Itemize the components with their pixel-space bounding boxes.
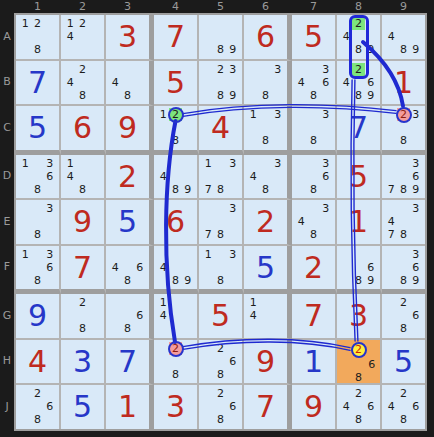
cell-B8[interactable]: 24689 (337, 61, 382, 107)
cell-A1[interactable]: 128 (16, 15, 61, 61)
candidate-8[interactable]: 8 (31, 183, 43, 196)
row-label-B: B (0, 75, 14, 89)
candidate-2[interactable]: 2 (214, 63, 226, 76)
solved-digit: 6 (61, 106, 104, 150)
solved-digit: 5 (337, 155, 380, 199)
cell-G5[interactable]: 5 (199, 294, 244, 340)
cell-B1[interactable]: 7 (16, 61, 61, 107)
candidate-grid: 148 (61, 155, 104, 199)
candidate-8[interactable]: 8 (169, 368, 181, 381)
cell-H6[interactable]: 9 (244, 340, 292, 386)
cell-J4[interactable]: 3 (154, 385, 199, 429)
candidate-8[interactable]: 8 (169, 183, 181, 196)
candidate-8[interactable]: 8 (31, 43, 43, 56)
cell-F8[interactable]: 689 (337, 246, 382, 295)
candidate-1[interactable]: 1 (157, 296, 169, 309)
cell-C2[interactable]: 6 (61, 106, 106, 155)
candidate-6[interactable]: 6 (44, 261, 56, 274)
solved-digit: 5 (382, 340, 425, 384)
candidate-1[interactable]: 1 (19, 157, 31, 170)
candidate-8[interactable]: 8 (352, 43, 364, 56)
solved-digit: 5 (16, 106, 59, 150)
candidate-grid: 36789 (382, 155, 425, 199)
candidate-8[interactable]: 8 (397, 183, 409, 196)
candidate-9[interactable]: 9 (365, 274, 377, 287)
cell-D1[interactable]: 1368 (16, 155, 61, 201)
candidate-9[interactable]: 9 (410, 43, 422, 56)
candidate-2[interactable]: 2 (352, 387, 364, 400)
candidate-3[interactable]: 3 (410, 248, 422, 261)
cell-G3[interactable]: 68 (106, 294, 154, 340)
cell-A5[interactable]: 89 (199, 15, 244, 61)
candidate-8[interactable]: 8 (307, 183, 319, 196)
candidate-grid: 268 (382, 294, 425, 338)
candidate-8[interactable]: 8 (76, 183, 88, 196)
candidate-8[interactable]: 8 (214, 413, 226, 426)
cell-B4[interactable]: 5 (154, 61, 199, 107)
candidate-2-node-target[interactable]: 2 (351, 342, 367, 358)
cell-H2[interactable]: 3 (61, 340, 106, 386)
candidate-7[interactable]: 7 (202, 183, 214, 196)
candidate-6[interactable]: 6 (134, 261, 146, 274)
candidate-8[interactable]: 8 (214, 274, 226, 287)
candidate-8[interactable]: 8 (31, 274, 43, 287)
candidate-8[interactable]: 8 (352, 413, 364, 426)
candidate-2-node-salmon[interactable]: 2 (397, 108, 409, 121)
candidate-1[interactable]: 1 (19, 17, 31, 30)
cell-E4[interactable]: 6 (154, 200, 199, 246)
cell-H1[interactable]: 4 (16, 340, 61, 386)
cell-B9[interactable]: 1 (382, 61, 425, 107)
solved-digit: 3 (61, 340, 104, 384)
candidate-4[interactable]: 4 (340, 76, 352, 89)
cell-D3[interactable]: 2 (106, 155, 154, 201)
candidate-2-node-green[interactable]: 2 (352, 63, 364, 76)
solved-digit: 5 (154, 61, 197, 105)
candidate-2[interactable]: 2 (31, 387, 43, 400)
candidate-8[interactable]: 8 (397, 274, 409, 287)
cell-B7[interactable]: 3468 (292, 61, 337, 107)
solved-digit: 7 (16, 61, 59, 105)
candidate-6[interactable]: 6 (367, 358, 378, 371)
candidate-1[interactable]: 1 (64, 17, 76, 30)
cell-E7[interactable]: 348 (292, 200, 337, 246)
candidate-grid: 3478 (382, 200, 425, 244)
cell-F6[interactable]: 5 (244, 246, 292, 295)
candidate-3[interactable]: 3 (227, 157, 239, 170)
cell-D8[interactable]: 5 (337, 155, 382, 201)
candidate-6[interactable]: 6 (320, 170, 332, 183)
row-label-J: J (0, 400, 14, 414)
candidate-4[interactable]: 4 (64, 76, 76, 89)
solved-digit: 5 (199, 294, 242, 338)
candidate-8[interactable]: 8 (121, 322, 133, 335)
cell-H9[interactable]: 5 (382, 340, 425, 386)
row-label-D: D (0, 169, 14, 183)
cell-F3[interactable]: 468 (106, 246, 154, 295)
cell-F4[interactable]: 489 (154, 246, 199, 295)
candidate-grid: 68 (106, 294, 149, 338)
candidate-9[interactable]: 9 (227, 43, 239, 56)
cell-A3[interactable]: 3 (106, 15, 154, 61)
candidate-7[interactable]: 7 (385, 183, 397, 196)
sudoku-grid: 1281243789652489489724848523893834682468… (14, 13, 427, 431)
candidate-grid: 268 (337, 340, 380, 384)
solved-digit: 7 (292, 294, 335, 338)
candidate-2[interactable]: 2 (31, 17, 43, 30)
cell-J9[interactable]: 2468 (382, 385, 425, 429)
candidate-9[interactable]: 9 (182, 183, 194, 196)
candidate-grid: 3689 (382, 246, 425, 290)
candidate-3[interactable]: 3 (320, 157, 332, 170)
candidate-1[interactable]: 1 (247, 296, 259, 309)
cell-E2[interactable]: 9 (61, 200, 106, 246)
candidate-grid: 38 (16, 200, 59, 244)
candidate-8[interactable]: 8 (259, 134, 271, 147)
candidate-4[interactable]: 4 (385, 400, 397, 413)
candidate-8[interactable]: 8 (121, 89, 133, 102)
candidate-4[interactable]: 4 (157, 170, 169, 183)
cell-A7[interactable]: 5 (292, 15, 337, 61)
candidate-7[interactable]: 7 (385, 228, 397, 241)
cell-J1[interactable]: 268 (16, 385, 61, 429)
candidate-8[interactable]: 8 (31, 228, 43, 241)
cell-F7[interactable]: 2 (292, 246, 337, 295)
candidate-8[interactable]: 8 (76, 322, 88, 335)
candidate-2[interactable]: 2 (76, 296, 88, 309)
candidate-6[interactable]: 6 (410, 261, 422, 274)
cell-F9[interactable]: 3689 (382, 246, 425, 295)
candidate-4[interactable]: 4 (295, 215, 307, 228)
solved-digit: 3 (154, 385, 197, 429)
solved-digit: 9 (16, 294, 59, 338)
candidate-4[interactable]: 4 (157, 261, 169, 274)
cell-J7[interactable]: 9 (292, 385, 337, 429)
solved-digit: 9 (292, 385, 335, 429)
candidate-6[interactable]: 6 (365, 76, 377, 89)
solved-digit: 5 (61, 385, 104, 429)
candidate-grid: 348 (244, 155, 287, 199)
cell-G4[interactable]: 14 (154, 294, 199, 340)
candidate-4[interactable]: 4 (340, 30, 352, 43)
candidate-grid: 689 (337, 246, 380, 290)
candidate-grid: 1378 (199, 155, 242, 199)
candidate-3[interactable]: 3 (272, 63, 284, 76)
candidate-grid: 238 (382, 106, 425, 150)
candidate-grid: 38 (292, 106, 335, 150)
cell-J8[interactable]: 2468 (337, 385, 382, 429)
cell-E1[interactable]: 38 (16, 200, 61, 246)
col-label-7: 7 (304, 0, 324, 13)
candidate-grid: 138 (199, 246, 242, 290)
cell-H4[interactable]: 28 (154, 340, 199, 386)
candidate-2-node-green[interactable]: 2 (352, 17, 364, 30)
cell-J6[interactable]: 7 (244, 385, 292, 429)
cell-D6[interactable]: 348 (244, 155, 292, 201)
col-label-2: 2 (73, 0, 93, 13)
cell-H5[interactable]: 268 (199, 340, 244, 386)
candidate-9[interactable]: 9 (365, 89, 377, 102)
cell-A8[interactable]: 2489 (337, 15, 382, 61)
candidate-8[interactable]: 8 (259, 183, 271, 196)
candidate-3[interactable]: 3 (410, 157, 422, 170)
candidate-9[interactable]: 9 (410, 274, 422, 287)
candidate-8[interactable]: 8 (351, 371, 367, 384)
cell-G1[interactable]: 9 (16, 294, 61, 340)
solved-digit: 5 (244, 246, 287, 290)
candidate-7[interactable]: 7 (202, 228, 214, 241)
candidate-grid: 38 (244, 61, 287, 105)
candidate-6[interactable]: 6 (227, 400, 239, 413)
cell-A2[interactable]: 124 (61, 15, 106, 61)
cell-C1[interactable]: 5 (16, 106, 61, 155)
candidate-grid: 378 (199, 200, 242, 244)
candidate-8[interactable]: 8 (307, 228, 319, 241)
candidate-grid: 124 (61, 15, 104, 59)
cell-C6[interactable]: 138 (244, 106, 292, 155)
candidate-grid: 2468 (382, 385, 425, 429)
candidate-8[interactable]: 8 (76, 89, 88, 102)
candidate-grid: 489 (154, 155, 197, 199)
candidate-8[interactable]: 8 (214, 43, 226, 56)
cell-A4[interactable]: 7 (154, 15, 199, 61)
candidate-6[interactable]: 6 (44, 400, 56, 413)
cell-F5[interactable]: 138 (199, 246, 244, 295)
candidate-8[interactable]: 8 (397, 134, 409, 147)
candidate-grid: 268 (199, 385, 242, 429)
cell-E5[interactable]: 378 (199, 200, 244, 246)
candidate-1[interactable]: 1 (19, 248, 31, 261)
cell-A9[interactable]: 489 (382, 15, 425, 61)
solved-digit: 9 (244, 340, 287, 384)
cell-C4[interactable]: 128 (154, 106, 199, 155)
candidate-8[interactable]: 8 (214, 89, 226, 102)
solved-digit: 7 (154, 15, 197, 59)
candidate-4[interactable]: 4 (247, 309, 259, 322)
candidate-8[interactable]: 8 (214, 368, 226, 381)
candidate-grid: 128 (16, 15, 59, 59)
solved-digit: 1 (106, 385, 149, 429)
solved-digit: 7 (106, 340, 149, 384)
candidate-4[interactable]: 4 (385, 215, 397, 228)
candidate-grid: 368 (292, 155, 335, 199)
candidate-8[interactable]: 8 (214, 183, 226, 196)
solved-digit: 4 (16, 340, 59, 384)
solved-digit: 2 (292, 246, 335, 290)
cell-B3[interactable]: 48 (106, 61, 154, 107)
candidate-9[interactable]: 9 (182, 274, 194, 287)
candidate-grid: 128 (154, 106, 197, 150)
candidate-6[interactable]: 6 (227, 355, 239, 368)
candidate-8[interactable]: 8 (397, 43, 409, 56)
solved-digit: 7 (337, 106, 380, 150)
candidate-3[interactable]: 3 (227, 248, 239, 261)
candidate-8[interactable]: 8 (352, 89, 364, 102)
candidate-grid: 28 (154, 340, 197, 384)
cell-J2[interactable]: 5 (61, 385, 106, 429)
candidate-8[interactable]: 8 (397, 413, 409, 426)
candidate-2-node-salmon[interactable]: 2 (169, 342, 181, 355)
candidate-2[interactable]: 2 (397, 296, 409, 309)
cell-G8[interactable]: 3 (337, 294, 382, 340)
cell-D4[interactable]: 489 (154, 155, 199, 201)
cell-F2[interactable]: 7 (61, 246, 106, 295)
candidate-3[interactable]: 3 (320, 108, 332, 121)
candidate-6[interactable]: 6 (410, 309, 422, 322)
cell-C7[interactable]: 38 (292, 106, 337, 155)
cell-E9[interactable]: 3478 (382, 200, 425, 246)
cell-D5[interactable]: 1378 (199, 155, 244, 201)
sudoku-app: 123456789 ABCDEFGHJ 12812437896524894897… (0, 0, 434, 437)
candidate-4[interactable]: 4 (109, 76, 121, 89)
candidate-6[interactable]: 6 (365, 400, 377, 413)
candidate-3[interactable]: 3 (227, 202, 239, 215)
cell-C5[interactable]: 4 (199, 106, 244, 155)
candidate-3[interactable]: 3 (44, 157, 56, 170)
cell-B2[interactable]: 248 (61, 61, 106, 107)
cell-H8[interactable]: 268 (337, 340, 382, 386)
candidate-2-node-green[interactable]: 2 (169, 108, 181, 121)
candidate-8[interactable]: 8 (307, 89, 319, 102)
candidate-grid: 489 (154, 246, 197, 290)
solved-digit: 2 (106, 155, 149, 199)
cell-G2[interactable]: 28 (61, 294, 106, 340)
candidate-3[interactable]: 3 (410, 202, 422, 215)
candidate-8[interactable]: 8 (397, 228, 409, 241)
candidate-grid: 268 (199, 340, 242, 384)
candidate-1[interactable]: 1 (247, 108, 259, 121)
candidate-grid: 24689 (337, 61, 380, 105)
cell-H3[interactable]: 7 (106, 340, 154, 386)
col-label-1: 1 (28, 0, 48, 13)
candidate-4[interactable]: 4 (157, 309, 169, 322)
cell-C8[interactable]: 7 (337, 106, 382, 155)
solved-digit: 3 (106, 15, 149, 59)
candidate-2[interactable]: 2 (76, 63, 88, 76)
cell-E3[interactable]: 5 (106, 200, 154, 246)
candidate-grid: 138 (244, 106, 287, 150)
solved-digit: 3 (337, 294, 380, 338)
candidate-3[interactable]: 3 (320, 63, 332, 76)
candidate-4[interactable]: 4 (64, 30, 76, 43)
candidate-grid: 14 (154, 294, 197, 338)
candidate-8[interactable]: 8 (31, 413, 43, 426)
candidate-grid: 468 (106, 246, 149, 290)
candidate-grid: 89 (199, 15, 242, 59)
candidate-3[interactable]: 3 (272, 108, 284, 121)
candidate-6[interactable]: 6 (44, 170, 56, 183)
candidate-grid: 2468 (337, 385, 380, 429)
solved-digit: 5 (106, 200, 149, 244)
cell-C9[interactable]: 238 (382, 106, 425, 155)
row-label-C: C (0, 121, 14, 135)
cell-H7[interactable]: 1 (292, 340, 337, 386)
candidate-3[interactable]: 3 (44, 202, 56, 215)
cell-G6[interactable]: 14 (244, 294, 292, 340)
candidate-8[interactable]: 8 (169, 274, 181, 287)
candidate-8[interactable]: 8 (214, 228, 226, 241)
candidate-6[interactable]: 6 (365, 261, 377, 274)
solved-digit: 2 (244, 200, 287, 244)
cell-G9[interactable]: 268 (382, 294, 425, 340)
candidate-3[interactable]: 3 (272, 157, 284, 170)
candidate-9[interactable]: 9 (365, 43, 377, 56)
candidate-4[interactable]: 4 (109, 261, 121, 274)
candidate-9[interactable]: 9 (227, 89, 239, 102)
candidate-2[interactable]: 2 (397, 387, 409, 400)
solved-digit: 4 (199, 106, 242, 150)
candidate-1[interactable]: 1 (64, 157, 76, 170)
candidate-4[interactable]: 4 (64, 170, 76, 183)
solved-digit: 6 (154, 200, 197, 244)
candidate-1[interactable]: 1 (202, 157, 214, 170)
cell-A6[interactable]: 6 (244, 15, 292, 61)
candidate-3[interactable]: 3 (320, 202, 332, 215)
candidate-8[interactable]: 8 (307, 134, 319, 147)
cell-D2[interactable]: 148 (61, 155, 106, 201)
cell-D9[interactable]: 36789 (382, 155, 425, 201)
cell-C3[interactable]: 9 (106, 106, 154, 155)
solved-digit: 1 (292, 340, 335, 384)
row-label-H: H (0, 354, 14, 368)
cell-F1[interactable]: 1368 (16, 246, 61, 295)
cell-B6[interactable]: 38 (244, 61, 292, 107)
row-label-G: G (0, 309, 14, 323)
candidate-4[interactable]: 4 (385, 30, 397, 43)
candidate-8[interactable]: 8 (352, 274, 364, 287)
cell-G7[interactable]: 7 (292, 294, 337, 340)
row-label-F: F (0, 260, 14, 274)
candidate-8[interactable]: 8 (169, 134, 181, 147)
candidate-9[interactable]: 9 (410, 183, 422, 196)
solved-digit: 1 (337, 200, 380, 244)
candidate-grid: 1368 (16, 155, 59, 199)
solved-digit: 5 (292, 15, 335, 59)
candidate-6[interactable]: 6 (320, 76, 332, 89)
cell-B5[interactable]: 2389 (199, 61, 244, 107)
candidate-6[interactable]: 6 (410, 170, 422, 183)
solved-digit: 7 (61, 246, 104, 290)
candidate-3[interactable]: 3 (227, 63, 239, 76)
candidate-2[interactable]: 2 (214, 387, 226, 400)
cell-E6[interactable]: 2 (244, 200, 292, 246)
candidate-3[interactable]: 3 (44, 248, 56, 261)
cell-D7[interactable]: 368 (292, 155, 337, 201)
candidate-grid: 3468 (292, 61, 335, 105)
candidate-grid: 1368 (16, 246, 59, 290)
col-label-5: 5 (211, 0, 231, 13)
candidate-grid: 28 (61, 294, 104, 338)
cell-E8[interactable]: 1 (337, 200, 382, 246)
candidate-6[interactable]: 6 (410, 400, 422, 413)
candidate-3[interactable]: 3 (410, 108, 422, 121)
candidate-4[interactable]: 4 (247, 170, 259, 183)
candidate-1[interactable]: 1 (157, 108, 169, 121)
row-label-E: E (0, 215, 14, 229)
candidate-grid: 268 (16, 385, 59, 429)
candidate-6[interactable]: 6 (134, 309, 146, 322)
candidate-8[interactable]: 8 (259, 89, 271, 102)
candidate-2[interactable]: 2 (76, 17, 88, 30)
candidate-4[interactable]: 4 (340, 400, 352, 413)
candidate-1[interactable]: 1 (202, 248, 214, 261)
cell-J3[interactable]: 1 (106, 385, 154, 429)
candidate-4[interactable]: 4 (295, 76, 307, 89)
candidate-8[interactable]: 8 (121, 274, 133, 287)
candidate-2[interactable]: 2 (214, 342, 226, 355)
cell-J5[interactable]: 268 (199, 385, 244, 429)
candidate-8[interactable]: 8 (397, 322, 409, 335)
